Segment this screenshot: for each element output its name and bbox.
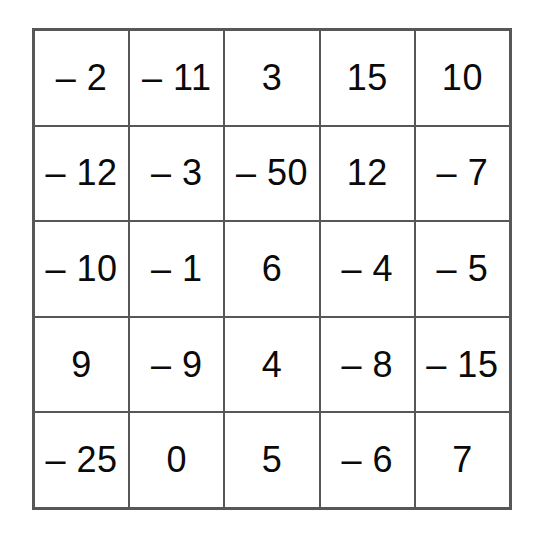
grid-cell-r1c3: 3 bbox=[224, 30, 319, 126]
grid-cell-r2c2: – 3 bbox=[129, 126, 224, 222]
grid-cell-r1c2: – 11 bbox=[129, 30, 224, 126]
page: – 2 – 11 3 15 10 – 12 – 3 – 50 12 – 7 – … bbox=[0, 0, 544, 544]
grid-cell-r4c4: – 8 bbox=[320, 317, 415, 413]
grid-cell-r3c5: – 5 bbox=[415, 221, 510, 317]
grid-cell-r1c4: 15 bbox=[320, 30, 415, 126]
grid-cell-r5c3: 5 bbox=[224, 412, 319, 508]
grid-cell-r5c2: 0 bbox=[129, 412, 224, 508]
grid-cell-r3c1: – 10 bbox=[34, 221, 129, 317]
grid-cell-r4c1: 9 bbox=[34, 317, 129, 413]
grid-cell-r2c4: 12 bbox=[320, 126, 415, 222]
grid-cell-r5c4: – 6 bbox=[320, 412, 415, 508]
number-grid-board: – 2 – 11 3 15 10 – 12 – 3 – 50 12 – 7 – … bbox=[32, 28, 512, 510]
grid-cell-r2c3: – 50 bbox=[224, 126, 319, 222]
grid-cell-r3c2: – 1 bbox=[129, 221, 224, 317]
grid-cell-r3c3: 6 bbox=[224, 221, 319, 317]
grid-cell-r1c1: – 2 bbox=[34, 30, 129, 126]
grid-cell-r4c3: 4 bbox=[224, 317, 319, 413]
grid-cell-r4c5: – 15 bbox=[415, 317, 510, 413]
grid-cell-r2c1: – 12 bbox=[34, 126, 129, 222]
grid-cell-r4c2: – 9 bbox=[129, 317, 224, 413]
grid-cell-r5c5: 7 bbox=[415, 412, 510, 508]
grid-cell-r3c4: – 4 bbox=[320, 221, 415, 317]
grid-cell-r5c1: – 25 bbox=[34, 412, 129, 508]
grid-cell-r1c5: 10 bbox=[415, 30, 510, 126]
grid-cell-r2c5: – 7 bbox=[415, 126, 510, 222]
